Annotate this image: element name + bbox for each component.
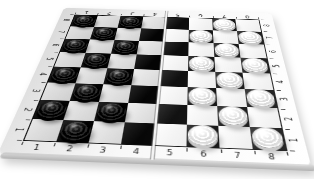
coord-label: 6 xyxy=(187,148,221,161)
square: ⛀ xyxy=(212,19,237,31)
coord-label: 4 xyxy=(118,146,153,159)
coord-label: 6 xyxy=(267,44,282,58)
white-piece: ⛀ xyxy=(214,43,239,56)
square: ⛀ xyxy=(186,125,219,148)
coord-label: 5 xyxy=(166,12,189,17)
white-piece: ⛀ xyxy=(189,56,214,71)
square: ⛀ xyxy=(215,72,244,89)
square xyxy=(158,86,188,105)
black-piece: ⛂ xyxy=(71,83,102,100)
black-piece: ⛂ xyxy=(58,120,93,141)
coord-label: 2 xyxy=(97,10,121,15)
coord-label: 2 xyxy=(51,143,87,156)
black-piece: ⛂ xyxy=(105,68,133,84)
coord-label: 8 xyxy=(235,14,259,20)
square xyxy=(188,42,214,56)
square xyxy=(75,67,107,84)
square xyxy=(216,88,247,107)
square: ⛀ xyxy=(214,43,241,58)
square: ⛀ xyxy=(187,87,217,106)
white-piece: ⛀ xyxy=(238,31,263,43)
white-piece: ⛀ xyxy=(213,19,236,30)
coord-label: 5 xyxy=(152,147,186,160)
coord-label: 1 xyxy=(285,129,305,152)
square xyxy=(187,105,218,126)
square: ⛀ xyxy=(189,30,214,43)
square xyxy=(89,121,125,144)
white-piece: ⛀ xyxy=(190,30,213,42)
square xyxy=(86,39,115,53)
product-photo-scene: ⛂⛂⛀⛂⛀⛀⛂⛂⛀⛂⛀⛀⛂⛂⛀⛂⛀⛀⛂⛂⛀⛂⛀⛀ 12345678 123456… xyxy=(0,0,314,179)
square xyxy=(235,19,261,31)
coord-label: 8 xyxy=(261,20,274,32)
coord-label: 1 xyxy=(75,9,99,14)
white-piece: ⛀ xyxy=(188,124,218,145)
coord-label: 5 xyxy=(270,58,286,74)
white-piece: ⛀ xyxy=(188,87,215,104)
square xyxy=(188,71,216,88)
square: ⛂ xyxy=(81,53,111,68)
black-piece: ⛂ xyxy=(112,40,138,53)
white-piece: ⛀ xyxy=(246,89,276,107)
square xyxy=(154,123,187,146)
coord-label: 2 xyxy=(281,109,300,130)
square: ⛂ xyxy=(118,16,144,28)
square: ⛂ xyxy=(94,102,128,122)
square xyxy=(189,18,213,30)
square xyxy=(242,73,273,90)
coord-label: 1 xyxy=(18,142,55,154)
coord-label: 4 xyxy=(143,11,166,16)
square xyxy=(114,28,141,41)
coord-label: 6 xyxy=(189,12,212,18)
black-piece: ⛂ xyxy=(72,15,97,26)
square xyxy=(156,104,188,125)
checkers-board: ⛂⛂⛀⛂⛀⛀⛂⛂⛀⛂⛀⛀⛂⛂⛀⛂⛀⛀⛂⛂⛀⛂⛀⛀ 12345678 123456… xyxy=(0,8,311,167)
coord-label: 7 xyxy=(220,149,255,162)
black-piece: ⛂ xyxy=(62,38,90,51)
coord-label: 7 xyxy=(212,13,236,19)
white-piece: ⛀ xyxy=(241,57,268,72)
square: ⛀ xyxy=(188,56,215,72)
square xyxy=(162,42,188,56)
square xyxy=(214,57,242,73)
square: ⛀ xyxy=(250,127,286,150)
square: ⛂ xyxy=(90,27,118,40)
black-piece: ⛂ xyxy=(91,27,117,39)
board-wrap: ⛂⛂⛀⛂⛀⛀⛂⛂⛀⛂⛀⛀⛂⛂⛀⛂⛀⛀⛂⛂⛀⛂⛀⛀ 12345678 123456… xyxy=(36,0,286,179)
square xyxy=(218,126,252,149)
square: ⛂ xyxy=(103,68,134,85)
white-piece: ⛀ xyxy=(251,127,285,148)
black-piece: ⛂ xyxy=(119,16,143,27)
square xyxy=(165,17,189,29)
coord-label: 7 xyxy=(264,31,278,44)
white-piece: ⛀ xyxy=(218,106,248,125)
black-piece: ⛂ xyxy=(82,53,110,67)
square xyxy=(247,107,281,128)
square: ⛂ xyxy=(70,83,104,101)
coord-label: 8 xyxy=(254,151,290,164)
square xyxy=(99,84,131,103)
black-piece: ⛂ xyxy=(49,66,79,81)
square xyxy=(239,44,267,59)
coord-label: 3 xyxy=(85,144,121,157)
white-piece: ⛀ xyxy=(216,71,243,87)
coord-label: 4 xyxy=(273,74,289,91)
square xyxy=(94,16,120,28)
square xyxy=(164,29,189,42)
coord-label: 3 xyxy=(120,11,144,16)
black-piece: ⛂ xyxy=(96,102,128,121)
square xyxy=(159,70,188,87)
square: ⛂ xyxy=(111,40,139,54)
square: ⛀ xyxy=(217,106,250,127)
coord-label: 3 xyxy=(277,90,294,109)
square: ⛀ xyxy=(237,31,264,44)
square xyxy=(107,54,136,70)
square: ⛀ xyxy=(240,58,269,74)
square xyxy=(213,30,239,43)
square xyxy=(161,55,188,71)
square: ⛀ xyxy=(245,89,278,108)
